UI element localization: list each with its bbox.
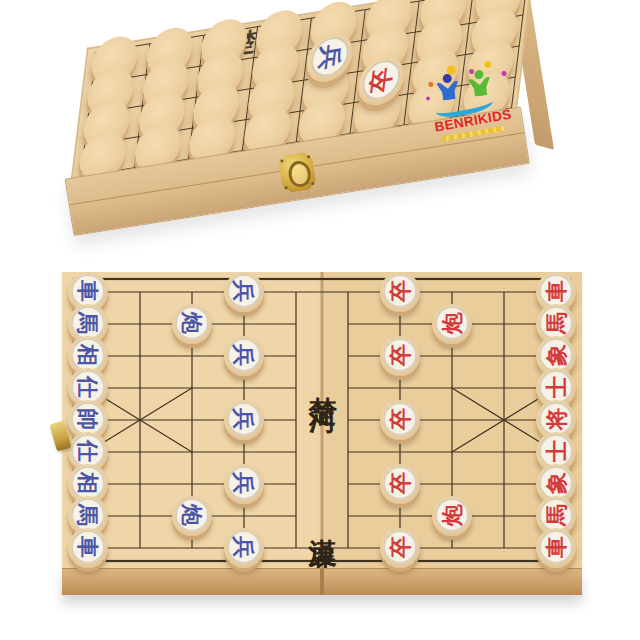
- piece-face: 仕: [71, 370, 105, 404]
- confetti-icon: [501, 71, 507, 77]
- board-piece-blue-兵[interactable]: 兵: [224, 272, 264, 312]
- board-piece-red-卒[interactable]: 卒: [380, 400, 420, 440]
- piece-face: 卒: [383, 530, 417, 564]
- product-photo: 楚 兵卒: [0, 0, 640, 640]
- xiangqi-board: 楚河 漢界 車兵卒車馬炮炮馬相兵卒象仕士帥兵卒将仕士相兵卒象馬炮炮馬車兵卒車: [62, 272, 582, 568]
- board-piece-red-卒[interactable]: 卒: [380, 272, 420, 312]
- confetti-icon: [484, 61, 492, 69]
- piece-face: 炮: [175, 498, 209, 532]
- board-piece-red-炮[interactable]: 炮: [432, 304, 472, 344]
- piece-face: 馬: [71, 306, 105, 340]
- piece-face: 車: [71, 274, 105, 308]
- piece-face: 象: [539, 466, 573, 500]
- brand-logo: BENRIKIDS: [420, 58, 523, 161]
- board-piece-blue-兵[interactable]: 兵: [224, 528, 264, 568]
- logo-child-green: [467, 69, 492, 97]
- piece-face: 卒: [383, 402, 417, 436]
- piece-face: 車: [539, 274, 573, 308]
- board-piece-blue-兵[interactable]: 兵: [224, 400, 264, 440]
- logo-child-blue: [435, 73, 460, 101]
- board-piece-red-炮[interactable]: 炮: [432, 496, 472, 536]
- board-piece-blue-炮[interactable]: 炮: [172, 304, 212, 344]
- piece-face: 炮: [435, 306, 469, 340]
- piece-face: 将: [539, 402, 573, 436]
- confetti-icon: [428, 82, 434, 88]
- board-piece-blue-炮[interactable]: 炮: [172, 496, 212, 536]
- piece-face: 卒: [383, 274, 417, 308]
- screw-icon: [311, 182, 314, 185]
- piece-face: 兵: [227, 274, 261, 308]
- piece-face: 士: [539, 434, 573, 468]
- board-piece-red-卒[interactable]: 卒: [380, 528, 420, 568]
- piece-face: 兵: [227, 530, 261, 564]
- piece-face: 相: [71, 466, 105, 500]
- confetti-icon: [426, 96, 430, 100]
- closed-box: 楚 兵卒: [45, 0, 545, 258]
- piece-face: 車: [71, 530, 105, 564]
- river-label-han-jie: 漢界: [305, 470, 339, 580]
- piece-face: 帥: [71, 402, 105, 436]
- piece-face: 兵: [227, 466, 261, 500]
- river-label-chu-he: 楚河: [305, 328, 339, 438]
- piece-face: 馬: [539, 306, 573, 340]
- piece-face: 馬: [539, 498, 573, 532]
- board-piece-red-卒[interactable]: 卒: [380, 336, 420, 376]
- piece-face: 卒: [383, 338, 417, 372]
- board-piece-blue-兵[interactable]: 兵: [224, 336, 264, 376]
- piece-face: 相: [71, 338, 105, 372]
- board-piece-blue-車[interactable]: 車: [68, 528, 108, 568]
- piece-face: 車: [539, 530, 573, 564]
- piece-face: 兵: [227, 402, 261, 436]
- board-piece-blue-兵[interactable]: 兵: [224, 464, 264, 504]
- piece-face: 卒: [383, 466, 417, 500]
- piece-face: 仕: [71, 434, 105, 468]
- board-front-edge: [62, 568, 582, 595]
- brass-clasp-latch[interactable]: [275, 149, 319, 196]
- open-board: 楚河 漢界 車兵卒車馬炮炮馬相兵卒象仕士帥兵卒将仕士相兵卒象馬炮炮馬車兵卒車: [62, 272, 582, 594]
- fold-seam: [320, 569, 324, 595]
- piece-face: 炮: [175, 306, 209, 340]
- piece-face: 炮: [435, 498, 469, 532]
- board-piece-red-卒[interactable]: 卒: [380, 464, 420, 504]
- piece-face: 兵: [227, 338, 261, 372]
- piece-face: 馬: [71, 498, 105, 532]
- piece-face: 象: [539, 338, 573, 372]
- piece-face: 士: [539, 370, 573, 404]
- board-piece-red-車[interactable]: 車: [536, 528, 576, 568]
